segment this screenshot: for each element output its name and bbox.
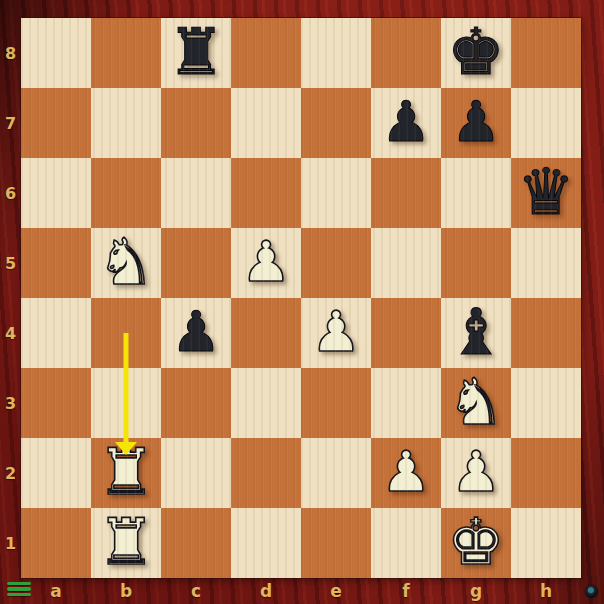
- chess-board: ♜♚♟♟♛♞♟♟♟♝♞♜♟♟♜♚: [21, 18, 581, 578]
- square-b8: [91, 18, 161, 88]
- hamburger-menu-icon[interactable]: [7, 582, 31, 596]
- file-label-f: f: [371, 578, 441, 604]
- square-f4: [371, 298, 441, 368]
- square-c8: ♜: [161, 18, 231, 88]
- rank-label-3: 3: [0, 368, 21, 438]
- square-f3: [371, 368, 441, 438]
- square-h2: [511, 438, 581, 508]
- square-a6: [21, 158, 91, 228]
- file-label-a: a: [21, 578, 91, 604]
- square-h1: [511, 508, 581, 578]
- file-label-b: b: [91, 578, 161, 604]
- rank-label-7: 7: [0, 88, 21, 158]
- square-f7: ♟: [371, 88, 441, 158]
- square-g1: ♚: [441, 508, 511, 578]
- square-d3: [231, 368, 301, 438]
- white-king: ♚: [447, 510, 504, 574]
- square-e1: [301, 508, 371, 578]
- white-rook: ♜: [97, 510, 154, 574]
- rank-label-5: 5: [0, 228, 21, 298]
- file-label-g: g: [441, 578, 511, 604]
- square-d4: [231, 298, 301, 368]
- rank-label-2: 2: [0, 438, 21, 508]
- square-g2: ♟: [441, 438, 511, 508]
- square-c1: [161, 508, 231, 578]
- white-pawn: ♟: [451, 444, 501, 500]
- square-e5: [301, 228, 371, 298]
- square-b5: ♞: [91, 228, 161, 298]
- square-e7: [301, 88, 371, 158]
- square-d7: [231, 88, 301, 158]
- black-bishop: ♝: [447, 300, 504, 364]
- white-pawn: ♟: [241, 234, 291, 290]
- rank-label-8: 8: [0, 18, 21, 88]
- white-rook: ♜: [97, 440, 154, 504]
- square-g7: ♟: [441, 88, 511, 158]
- rank-labels: 87654321: [0, 18, 21, 578]
- square-a4: [21, 298, 91, 368]
- white-pawn: ♟: [381, 444, 431, 500]
- square-d5: ♟: [231, 228, 301, 298]
- square-c7: [161, 88, 231, 158]
- square-b7: [91, 88, 161, 158]
- square-a2: [21, 438, 91, 508]
- square-h6: ♛: [511, 158, 581, 228]
- square-h8: [511, 18, 581, 88]
- square-f6: [371, 158, 441, 228]
- black-rook: ♜: [167, 20, 224, 84]
- white-knight: ♞: [97, 230, 154, 294]
- white-knight: ♞: [447, 370, 504, 434]
- black-pawn: ♟: [381, 94, 431, 150]
- file-label-e: e: [301, 578, 371, 604]
- square-a3: [21, 368, 91, 438]
- square-h4: [511, 298, 581, 368]
- rank-label-6: 6: [0, 158, 21, 228]
- square-h3: [511, 368, 581, 438]
- square-f5: [371, 228, 441, 298]
- square-f2: ♟: [371, 438, 441, 508]
- square-c4: ♟: [161, 298, 231, 368]
- rank-label-1: 1: [0, 508, 21, 578]
- square-g8: ♚: [441, 18, 511, 88]
- square-d2: [231, 438, 301, 508]
- square-g5: [441, 228, 511, 298]
- black-queen: ♛: [517, 160, 574, 224]
- black-pawn: ♟: [171, 304, 221, 360]
- square-h5: [511, 228, 581, 298]
- file-label-h: h: [511, 578, 581, 604]
- square-e3: [301, 368, 371, 438]
- square-d8: [231, 18, 301, 88]
- square-e4: ♟: [301, 298, 371, 368]
- square-b2: ♜: [91, 438, 161, 508]
- square-d6: [231, 158, 301, 228]
- square-b6: [91, 158, 161, 228]
- square-a7: [21, 88, 91, 158]
- black-pawn: ♟: [451, 94, 501, 150]
- square-b3: [91, 368, 161, 438]
- square-f8: [371, 18, 441, 88]
- board-pin-icon: [585, 585, 598, 598]
- square-g6: [441, 158, 511, 228]
- file-label-d: d: [231, 578, 301, 604]
- square-b1: ♜: [91, 508, 161, 578]
- square-a5: [21, 228, 91, 298]
- square-c3: [161, 368, 231, 438]
- file-label-c: c: [161, 578, 231, 604]
- white-pawn: ♟: [311, 304, 361, 360]
- square-a1: [21, 508, 91, 578]
- square-a8: [21, 18, 91, 88]
- square-d1: [231, 508, 301, 578]
- square-c2: [161, 438, 231, 508]
- file-labels: abcdefgh: [21, 578, 581, 604]
- chess-board-frame: 87654321 ♜♚♟♟♛♞♟♟♟♝♞♜♟♟♜♚ abcdefgh: [0, 0, 604, 604]
- square-b4: [91, 298, 161, 368]
- square-g4: ♝: [441, 298, 511, 368]
- square-e2: [301, 438, 371, 508]
- black-king: ♚: [447, 20, 504, 84]
- square-h7: [511, 88, 581, 158]
- square-e6: [301, 158, 371, 228]
- square-f1: [371, 508, 441, 578]
- square-e8: [301, 18, 371, 88]
- rank-label-4: 4: [0, 298, 21, 368]
- square-c6: [161, 158, 231, 228]
- square-c5: [161, 228, 231, 298]
- square-g3: ♞: [441, 368, 511, 438]
